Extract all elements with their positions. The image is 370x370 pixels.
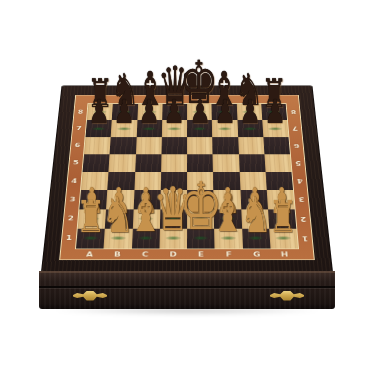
square-d8 [162, 104, 187, 120]
square-a1 [76, 229, 105, 249]
file-label-a: A [75, 249, 104, 259]
square-e2 [187, 209, 214, 228]
square-c6 [136, 137, 162, 154]
file-label-top-c: C [138, 95, 163, 103]
square-a8 [87, 104, 113, 120]
square-e3 [187, 190, 214, 209]
square-c4 [134, 172, 161, 190]
square-b7 [111, 120, 137, 137]
square-g3 [240, 190, 268, 209]
square-g4 [239, 172, 266, 190]
square-d2 [160, 209, 187, 228]
rank-label-right-7: 7 [288, 120, 302, 137]
square-g6 [238, 137, 264, 154]
square-f2 [214, 209, 242, 228]
file-labels-bottom: ABCDEFGH [75, 249, 299, 259]
square-a4 [81, 172, 109, 190]
file-label-top-a: A [88, 95, 113, 103]
square-a6 [84, 137, 111, 154]
file-labels-top: ABCDEFGH [88, 95, 285, 103]
lid-seam [39, 286, 335, 288]
square-g1 [242, 229, 271, 249]
chessboard-frame: ABCDEFGH ABCDEFGH 87654321 87654321 [42, 86, 332, 272]
file-label-g: G [243, 249, 271, 259]
square-h1 [269, 229, 298, 249]
file-label-top-d: D [162, 95, 187, 103]
square-e4 [187, 172, 214, 190]
file-label-top-f: F [211, 95, 236, 103]
squares-grid [75, 103, 299, 249]
square-c8 [137, 104, 162, 120]
square-h7 [262, 120, 288, 137]
file-label-top-h: H [260, 95, 285, 103]
rank-label-right-4: 4 [292, 172, 307, 190]
square-c2 [132, 209, 160, 228]
square-c5 [135, 154, 161, 172]
box-front-panel [39, 271, 335, 309]
board-perspective: ABCDEFGH ABCDEFGH 87654321 87654321 [42, 0, 332, 272]
square-f1 [214, 229, 242, 249]
square-f4 [213, 172, 240, 190]
square-f5 [213, 154, 239, 172]
square-e7 [187, 120, 212, 137]
square-e8 [187, 104, 212, 120]
file-label-c: C [131, 249, 159, 259]
rank-label-right-3: 3 [294, 190, 309, 209]
square-b2 [105, 209, 133, 228]
square-a7 [86, 120, 112, 137]
square-g5 [238, 154, 265, 172]
square-d7 [162, 120, 187, 137]
rank-label-right-5: 5 [291, 154, 305, 172]
square-g8 [236, 104, 262, 120]
square-e6 [187, 137, 213, 154]
file-label-top-e: E [187, 95, 212, 103]
square-h5 [264, 154, 291, 172]
brass-latch-right-icon [270, 290, 304, 301]
rank-label-right-2: 2 [296, 209, 311, 228]
square-g2 [241, 209, 269, 228]
square-b4 [107, 172, 134, 190]
square-d4 [160, 172, 187, 190]
square-f7 [212, 120, 238, 137]
square-g7 [237, 120, 263, 137]
square-b1 [104, 229, 133, 249]
square-h4 [265, 172, 293, 190]
square-b8 [112, 104, 138, 120]
square-b6 [110, 137, 136, 154]
square-h6 [263, 137, 290, 154]
square-b5 [109, 154, 136, 172]
square-f8 [212, 104, 237, 120]
square-h3 [267, 190, 295, 209]
brass-latch-left-icon [73, 290, 107, 301]
square-c1 [131, 229, 159, 249]
square-d3 [160, 190, 187, 209]
square-f6 [212, 137, 238, 154]
file-label-e: E [187, 249, 215, 259]
square-f3 [214, 190, 241, 209]
file-label-f: F [215, 249, 243, 259]
square-d1 [159, 229, 187, 249]
square-d6 [161, 137, 187, 154]
square-a2 [78, 209, 107, 228]
square-a5 [83, 154, 110, 172]
square-e5 [187, 154, 213, 172]
file-label-b: B [103, 249, 131, 259]
file-label-top-b: B [113, 95, 138, 103]
square-h8 [261, 104, 287, 120]
square-e1 [187, 229, 215, 249]
chess-set-photo: ABCDEFGH ABCDEFGH 87654321 87654321 ♜♞♝♛… [0, 0, 370, 370]
square-b3 [106, 190, 134, 209]
rank-label-right-8: 8 [287, 104, 301, 120]
file-label-h: H [270, 249, 299, 259]
square-d5 [161, 154, 187, 172]
square-a3 [79, 190, 107, 209]
lid-edge-highlight [39, 271, 335, 273]
square-c7 [136, 120, 162, 137]
rank-label-right-6: 6 [289, 137, 303, 154]
file-label-d: D [159, 249, 187, 259]
square-h2 [268, 209, 297, 228]
rank-label-right-1: 1 [297, 229, 312, 249]
file-label-top-g: G [236, 95, 261, 103]
square-c3 [133, 190, 160, 209]
board-border-band: ABCDEFGH ABCDEFGH 87654321 87654321 [59, 95, 315, 260]
